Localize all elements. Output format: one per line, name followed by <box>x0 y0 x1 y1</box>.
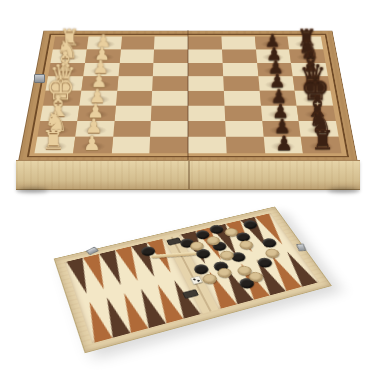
backgammon-box <box>54 206 332 353</box>
chess-square <box>153 63 188 77</box>
chess-fold-seam <box>186 30 188 161</box>
chess-square <box>221 49 256 62</box>
chess-square <box>151 106 188 121</box>
backgammon-checker-wood <box>200 272 218 285</box>
chess-square <box>149 137 187 154</box>
metal-hinge <box>182 289 199 299</box>
chess-square <box>188 137 226 154</box>
chess-square <box>222 76 258 90</box>
chess-piece-white-rook: ♜ <box>59 26 79 49</box>
chess-square: ♞ <box>37 121 77 137</box>
chess-square <box>223 91 260 106</box>
chess-square: ♞ <box>289 49 325 62</box>
chess-piece-white-pawn: ♟ <box>83 133 101 153</box>
chess-square: ♟ <box>254 37 289 50</box>
chess-front-seam <box>188 161 190 189</box>
backgammon-checker-black <box>261 237 279 248</box>
chess-square: ♜ <box>52 37 87 50</box>
metal-latch <box>296 244 306 252</box>
chess-square: ♚ <box>294 91 332 106</box>
metal-hinge <box>34 74 45 83</box>
chess-square <box>188 76 224 90</box>
chess-piece-black-pawn: ♟ <box>275 133 293 153</box>
backgammon-checker-black <box>242 219 259 230</box>
chess-square <box>118 63 154 77</box>
chess-square: ♝ <box>296 106 335 121</box>
backgammon-checker-wood <box>237 239 255 250</box>
backgammon-checker-wood <box>215 267 233 279</box>
chess-square <box>153 49 187 62</box>
chess-square <box>221 37 255 50</box>
chess-square: ♜ <box>287 37 322 50</box>
chess-square: ♟ <box>86 37 121 50</box>
chess-square <box>188 106 225 121</box>
shadow <box>18 188 48 193</box>
chess-square: ♟ <box>72 137 112 154</box>
backgammon-set <box>52 190 337 370</box>
metal-hinge <box>166 237 181 245</box>
chess-board: ♜♟♟♜♞♟♟♞♝♟♟♝♛♟♟♛♚♟♟♚♝♟♟♝♞♟♟♞♜♟♟♜ <box>18 31 358 162</box>
chess-square: ♟ <box>263 137 303 154</box>
chess-square: ♟ <box>81 76 118 90</box>
chess-square <box>112 121 150 137</box>
chess-piece-black-rook: ♜ <box>310 127 333 153</box>
chess-square: ♟ <box>259 91 297 106</box>
chess-box-front <box>16 160 360 190</box>
chess-square <box>188 37 222 50</box>
chess-set: ♜♟♟♜♞♟♟♞♝♟♟♝♛♟♟♛♚♟♟♚♝♟♟♝♞♟♟♞♜♟♟♜ <box>10 2 365 192</box>
chess-square <box>188 63 223 77</box>
chess-square: ♚ <box>42 91 80 106</box>
chess-square: ♛ <box>45 76 83 90</box>
chess-square: ♞ <box>50 49 86 62</box>
chess-square: ♝ <box>291 63 328 77</box>
chess-piece-black-pawn: ♟ <box>273 117 290 136</box>
chess-square: ♜ <box>300 137 341 154</box>
chess-square: ♝ <box>48 63 85 77</box>
chess-square: ♟ <box>84 49 120 62</box>
chess-square <box>150 121 188 137</box>
chess-square <box>224 121 262 137</box>
chess-square <box>116 76 152 90</box>
chess-square: ♛ <box>292 76 330 90</box>
backgammon-checkers-layer <box>55 207 331 352</box>
chess-square: ♟ <box>255 49 291 62</box>
chess-square: ♟ <box>75 121 114 137</box>
backgammon-checker-black <box>208 224 225 235</box>
chess-square <box>119 49 154 62</box>
chess-square <box>154 37 188 50</box>
chess-piece-white-rook: ♜ <box>42 127 65 153</box>
wooden-spindle <box>152 251 203 258</box>
chess-square: ♟ <box>260 106 298 121</box>
chess-square <box>225 137 264 154</box>
chess-square <box>224 106 262 121</box>
chess-square <box>222 63 258 77</box>
chess-square: ♟ <box>257 76 294 90</box>
chess-square <box>188 121 226 137</box>
chess-square <box>188 91 224 106</box>
chess-piece-black-rook: ♜ <box>296 26 316 49</box>
chess-square <box>152 76 188 90</box>
metal-clasp <box>86 247 99 256</box>
chess-square <box>114 106 152 121</box>
chess-piece-white-pawn: ♟ <box>85 117 102 136</box>
chess-square <box>188 49 222 62</box>
chess-square: ♞ <box>298 121 338 137</box>
chess-square: ♟ <box>83 63 119 77</box>
chess-square: ♜ <box>34 137 75 154</box>
chess-square <box>151 91 187 106</box>
chess-square: ♟ <box>79 91 117 106</box>
chess-square: ♟ <box>261 121 300 137</box>
chess-square: ♝ <box>40 106 79 121</box>
chess-square <box>111 137 150 154</box>
backgammon-checker-black <box>256 257 274 269</box>
chess-square: ♟ <box>77 106 115 121</box>
chess-square: ♟ <box>256 63 292 77</box>
chess-square <box>115 91 152 106</box>
chess-square <box>120 37 154 50</box>
